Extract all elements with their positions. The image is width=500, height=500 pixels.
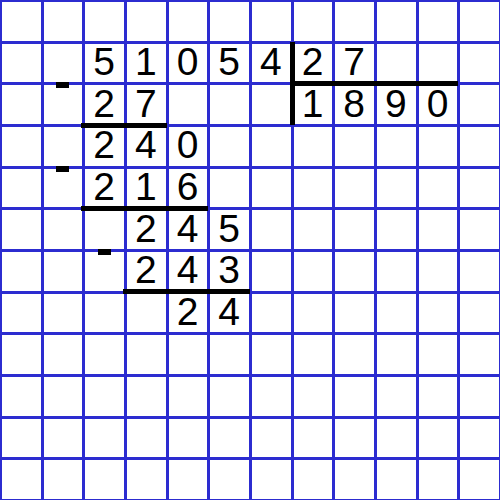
digit-cell-r1c4: 0 bbox=[167, 42, 209, 84]
digit-cell-r1c6: 4 bbox=[250, 42, 292, 84]
digit-cell-r1c7: 2 bbox=[292, 42, 334, 84]
minus-sign bbox=[98, 249, 111, 255]
digit-cell-r1c8: 7 bbox=[333, 42, 375, 84]
digit-cell-r3c4: 0 bbox=[167, 125, 209, 167]
worksheet-page: 510542727189024021624524324 bbox=[0, 0, 500, 500]
digit-cell-r5c4: 4 bbox=[167, 208, 209, 250]
digit-cell-r7c5: 4 bbox=[208, 292, 250, 334]
digit-cell-r4c2: 2 bbox=[83, 167, 125, 209]
digit-cell-r2c7: 1 bbox=[292, 83, 334, 125]
digit-cell-r3c2: 2 bbox=[83, 125, 125, 167]
digit-cell-r1c2: 5 bbox=[83, 42, 125, 84]
digit-cell-r6c3: 2 bbox=[125, 250, 167, 292]
quotient-overline bbox=[290, 81, 459, 86]
digit-cell-r6c5: 3 bbox=[208, 250, 250, 292]
digit-cell-r2c3: 7 bbox=[125, 83, 167, 125]
subtraction-line-2 bbox=[81, 206, 208, 211]
subtraction-line-1 bbox=[81, 123, 166, 128]
digit-cell-r2c10: 0 bbox=[417, 83, 459, 125]
minus-sign bbox=[56, 82, 69, 88]
digit-cell-r2c8: 8 bbox=[333, 83, 375, 125]
digit-cell-r7c4: 2 bbox=[167, 292, 209, 334]
graph-paper-division-grid: 510542727189024021624524324 bbox=[0, 0, 500, 500]
digit-cell-r2c9: 9 bbox=[375, 83, 417, 125]
minus-sign bbox=[56, 166, 69, 172]
digit-cell-r2c2: 2 bbox=[83, 83, 125, 125]
digit-cell-r5c5: 5 bbox=[208, 208, 250, 250]
digit-cell-r5c3: 2 bbox=[125, 208, 167, 250]
subtraction-line-3 bbox=[123, 289, 250, 294]
digit-cell-r3c3: 4 bbox=[125, 125, 167, 167]
digit-cell-r1c3: 1 bbox=[125, 42, 167, 84]
digit-cell-r4c3: 1 bbox=[125, 167, 167, 209]
digit-cell-r4c4: 6 bbox=[167, 167, 209, 209]
digit-cell-r6c4: 4 bbox=[167, 250, 209, 292]
digit-cell-r1c5: 5 bbox=[208, 42, 250, 84]
